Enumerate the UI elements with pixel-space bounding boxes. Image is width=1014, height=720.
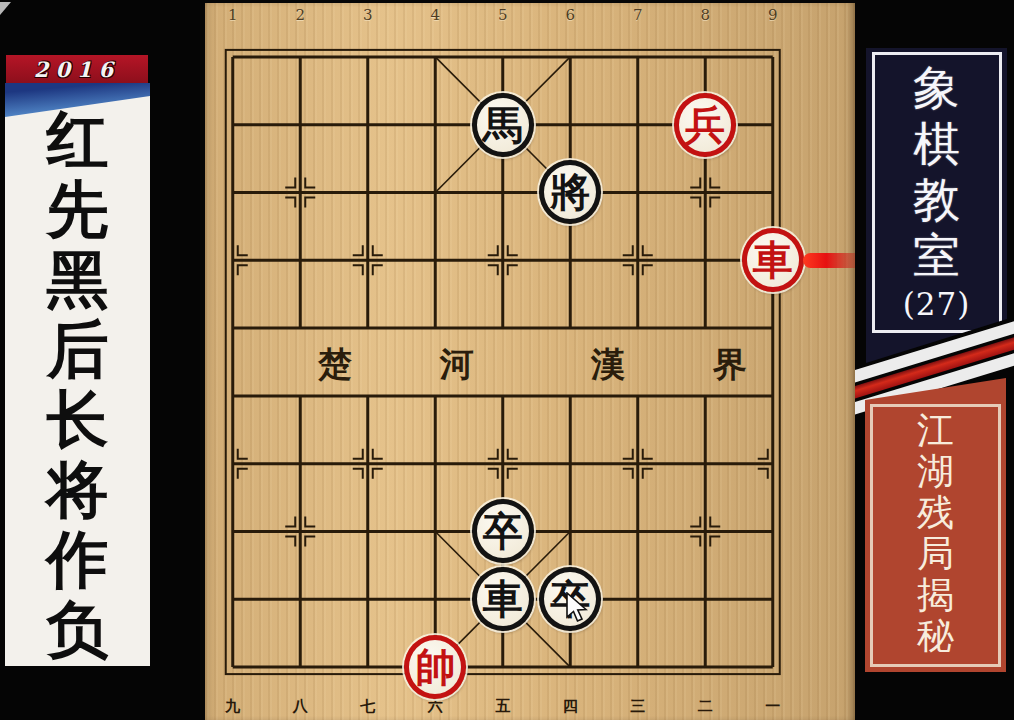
- series-title-char-3: 教: [866, 172, 1007, 228]
- slogan-vertical-text: 红先黑后长将作负: [5, 105, 150, 665]
- year-label: 2016: [34, 57, 120, 82]
- red-chariot-piece[interactable]: 車: [742, 228, 804, 292]
- slogan-char-1: 红: [5, 105, 150, 175]
- file-label-top-4: 4: [421, 6, 449, 24]
- subtitle-char-3: 残: [865, 492, 1006, 533]
- file-label-top-7: 7: [624, 6, 652, 24]
- xiangqi-board: 123456789 九八七六五四三二一 楚 河 漢 界 馬兵將車卒車卒帥: [205, 3, 855, 720]
- slogan-char-4: 后: [5, 315, 150, 385]
- episode-number: (27): [866, 286, 1007, 322]
- slogan-char-7: 作: [5, 525, 150, 595]
- file-label-top-8: 8: [691, 6, 719, 24]
- file-label-top-3: 3: [354, 6, 382, 24]
- left-sidebar: 2016 红先黑后长将作负: [0, 0, 205, 720]
- piece-grid: 馬兵將車卒車卒帥: [199, 23, 807, 701]
- file-label-top-6: 6: [556, 6, 584, 24]
- slogan-char-5: 长: [5, 385, 150, 455]
- mouse-cursor-icon: [565, 592, 589, 624]
- subtitle-char-1: 江: [865, 410, 1006, 451]
- slogan-char-8: 负: [5, 595, 150, 665]
- file-label-top-1: 1: [219, 6, 247, 24]
- red-soldier-piece[interactable]: 兵: [674, 93, 736, 157]
- slogan-char-2: 先: [5, 175, 150, 245]
- file-label-top-2: 2: [286, 6, 314, 24]
- file-label-top-9: 9: [759, 6, 787, 24]
- slogan-char-6: 将: [5, 455, 150, 525]
- slogan-banner: 红先黑后长将作负: [5, 83, 150, 666]
- series-title-char-4: 室: [866, 228, 1007, 284]
- black-horse-piece[interactable]: 馬: [472, 93, 534, 157]
- subtitle-char-2: 湖: [865, 451, 1006, 492]
- subtitle-char-6: 秘: [865, 615, 1006, 656]
- video-frame: 2016 红先黑后长将作负 123456789 九八七六五四三二一 楚 河 漢 …: [0, 0, 1014, 720]
- series-title-vertical-text: 象棋教室: [866, 60, 1007, 284]
- right-sidebar: 象棋教室 (27) 江湖残局揭秘: [855, 0, 1014, 720]
- subtitle-vertical-text: 江湖残局揭秘: [865, 410, 1006, 656]
- black-chariot-piece[interactable]: 車: [472, 567, 534, 631]
- slogan-char-3: 黑: [5, 245, 150, 315]
- series-title-char-1: 象: [866, 60, 1007, 116]
- corner-glint: [0, 2, 11, 15]
- black-soldier-piece[interactable]: 卒: [472, 499, 534, 563]
- file-label-top-5: 5: [489, 6, 517, 24]
- subtitle-banner: 江湖残局揭秘: [865, 378, 1006, 672]
- year-banner: 2016: [6, 55, 148, 83]
- subtitle-char-5: 揭: [865, 574, 1006, 615]
- subtitle-char-4: 局: [865, 533, 1006, 574]
- black-general-piece[interactable]: 將: [539, 160, 601, 224]
- red-general-piece[interactable]: 帥: [404, 635, 466, 699]
- series-title-banner: 象棋教室 (27): [866, 48, 1007, 363]
- series-title-char-2: 棋: [866, 116, 1007, 172]
